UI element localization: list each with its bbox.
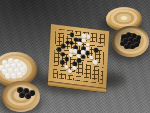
captured-black-stone: ● bbox=[29, 90, 35, 96]
white-stone: ● bbox=[68, 69, 73, 74]
black-stone: ● bbox=[70, 32, 75, 37]
go-board: ●●●●●●●●●●●●●●●●●●●●●●●●●●●●●●●●●● bbox=[48, 24, 109, 88]
black-stone: ● bbox=[81, 54, 86, 59]
white-stone: ● bbox=[69, 53, 74, 58]
black-stone-in-bowl: ● bbox=[130, 44, 136, 50]
black-stone-in-bowl: ● bbox=[124, 44, 130, 50]
white-stone-in-bowl: ● bbox=[17, 72, 24, 79]
white-stone: ● bbox=[82, 38, 87, 43]
stones-layer: ●●●●●●●●●●●●●●●●●●●●●●●●●●●●●●●●●● bbox=[53, 28, 105, 84]
black-stone: ● bbox=[85, 51, 90, 56]
black-stone-bowl: ●●●●●●●●●●●● bbox=[112, 26, 149, 57]
white-stone: ● bbox=[86, 34, 91, 39]
black-stone: ● bbox=[61, 44, 66, 49]
white-stone: ● bbox=[72, 65, 77, 70]
board-surface: ●●●●●●●●●●●●●●●●●●●●●●●●●●●●●●●●●● bbox=[48, 24, 109, 88]
captured-black-stone: ● bbox=[19, 92, 25, 98]
black-stone: ● bbox=[64, 56, 69, 61]
black-stone: ● bbox=[77, 58, 82, 63]
go-set-photo: ●●●●●●●●●●●●●●●●●●●●●●●●●●●●●●●●●● ●●●●●… bbox=[0, 0, 150, 113]
white-stone: ● bbox=[64, 64, 69, 69]
white-stone: ● bbox=[93, 60, 98, 65]
captured-black-stones-lid: ●●●●● bbox=[2, 81, 40, 112]
black-stone: ● bbox=[60, 60, 65, 65]
black-stone: ● bbox=[93, 48, 98, 53]
